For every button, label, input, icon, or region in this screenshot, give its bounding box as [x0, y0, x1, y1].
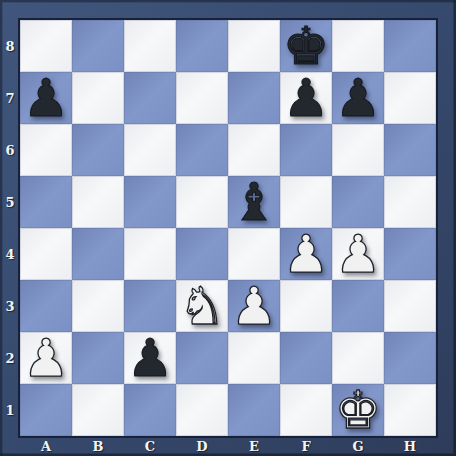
square-f2[interactable]: [280, 332, 332, 384]
square-c6[interactable]: [124, 124, 176, 176]
file-label-c: C: [124, 436, 176, 456]
square-h3[interactable]: [384, 280, 436, 332]
square-e4[interactable]: [228, 228, 280, 280]
square-b3[interactable]: [72, 280, 124, 332]
square-a7[interactable]: ♟: [20, 72, 72, 124]
square-h6[interactable]: [384, 124, 436, 176]
file-labels: ABCDEFGH: [20, 436, 436, 456]
piece-black-pawn[interactable]: ♟: [127, 332, 174, 384]
square-c1[interactable]: [124, 384, 176, 436]
square-e1[interactable]: [228, 384, 280, 436]
square-a6[interactable]: [20, 124, 72, 176]
square-f7[interactable]: ♟: [280, 72, 332, 124]
square-c3[interactable]: [124, 280, 176, 332]
square-b5[interactable]: [72, 176, 124, 228]
square-h1[interactable]: [384, 384, 436, 436]
file-label-h: H: [384, 436, 436, 456]
square-d7[interactable]: [176, 72, 228, 124]
square-b6[interactable]: [72, 124, 124, 176]
piece-white-pawn[interactable]: ♟: [335, 228, 382, 280]
rank-label-7: 7: [0, 72, 20, 124]
square-c4[interactable]: [124, 228, 176, 280]
square-e3[interactable]: ♟: [228, 280, 280, 332]
square-b2[interactable]: [72, 332, 124, 384]
piece-black-pawn[interactable]: ♟: [335, 72, 382, 124]
rank-label-4: 4: [0, 228, 20, 280]
square-h2[interactable]: [384, 332, 436, 384]
square-a3[interactable]: [20, 280, 72, 332]
square-a8[interactable]: [20, 20, 72, 72]
square-f4[interactable]: ♟: [280, 228, 332, 280]
square-f6[interactable]: [280, 124, 332, 176]
square-c8[interactable]: [124, 20, 176, 72]
square-c7[interactable]: [124, 72, 176, 124]
square-c5[interactable]: [124, 176, 176, 228]
square-a1[interactable]: [20, 384, 72, 436]
square-d3[interactable]: ♞: [176, 280, 228, 332]
square-a2[interactable]: ♟: [20, 332, 72, 384]
piece-white-knight[interactable]: ♞: [179, 280, 226, 332]
square-g5[interactable]: [332, 176, 384, 228]
square-b8[interactable]: [72, 20, 124, 72]
square-d5[interactable]: [176, 176, 228, 228]
chess-board-frame: 87654321 ♚♟♟♟♝♟♟♞♟♟♟♚ ABCDEFGH: [0, 0, 456, 456]
file-label-f: F: [280, 436, 332, 456]
square-d6[interactable]: [176, 124, 228, 176]
piece-black-bishop[interactable]: ♝: [231, 176, 278, 228]
square-f1[interactable]: [280, 384, 332, 436]
square-e5[interactable]: ♝: [228, 176, 280, 228]
rank-label-5: 5: [0, 176, 20, 228]
square-e8[interactable]: [228, 20, 280, 72]
square-h8[interactable]: [384, 20, 436, 72]
square-g8[interactable]: [332, 20, 384, 72]
file-label-e: E: [228, 436, 280, 456]
square-g6[interactable]: [332, 124, 384, 176]
piece-white-pawn[interactable]: ♟: [283, 228, 330, 280]
piece-black-pawn[interactable]: ♟: [23, 72, 70, 124]
rank-label-3: 3: [0, 280, 20, 332]
square-b4[interactable]: [72, 228, 124, 280]
file-label-g: G: [332, 436, 384, 456]
piece-black-pawn[interactable]: ♟: [283, 72, 330, 124]
piece-white-king[interactable]: ♚: [335, 384, 382, 436]
square-g1[interactable]: ♚: [332, 384, 384, 436]
square-c2[interactable]: ♟: [124, 332, 176, 384]
square-d4[interactable]: [176, 228, 228, 280]
square-f5[interactable]: [280, 176, 332, 228]
rank-labels: 87654321: [0, 20, 20, 436]
square-g2[interactable]: [332, 332, 384, 384]
square-d2[interactable]: [176, 332, 228, 384]
piece-black-king[interactable]: ♚: [283, 20, 330, 72]
square-f8[interactable]: ♚: [280, 20, 332, 72]
square-e6[interactable]: [228, 124, 280, 176]
file-label-b: B: [72, 436, 124, 456]
rank-label-2: 2: [0, 332, 20, 384]
file-label-d: D: [176, 436, 228, 456]
chess-board[interactable]: ♚♟♟♟♝♟♟♞♟♟♟♚: [20, 20, 436, 436]
file-label-a: A: [20, 436, 72, 456]
square-h4[interactable]: [384, 228, 436, 280]
rank-label-1: 1: [0, 384, 20, 436]
rank-label-6: 6: [0, 124, 20, 176]
square-g4[interactable]: ♟: [332, 228, 384, 280]
square-d8[interactable]: [176, 20, 228, 72]
square-e7[interactable]: [228, 72, 280, 124]
square-b7[interactable]: [72, 72, 124, 124]
square-a4[interactable]: [20, 228, 72, 280]
square-d1[interactable]: [176, 384, 228, 436]
piece-white-pawn[interactable]: ♟: [231, 280, 278, 332]
square-f3[interactable]: [280, 280, 332, 332]
square-h5[interactable]: [384, 176, 436, 228]
square-g3[interactable]: [332, 280, 384, 332]
piece-white-pawn[interactable]: ♟: [23, 332, 70, 384]
square-g7[interactable]: ♟: [332, 72, 384, 124]
square-h7[interactable]: [384, 72, 436, 124]
square-a5[interactable]: [20, 176, 72, 228]
square-e2[interactable]: [228, 332, 280, 384]
square-b1[interactable]: [72, 384, 124, 436]
rank-label-8: 8: [0, 20, 20, 72]
